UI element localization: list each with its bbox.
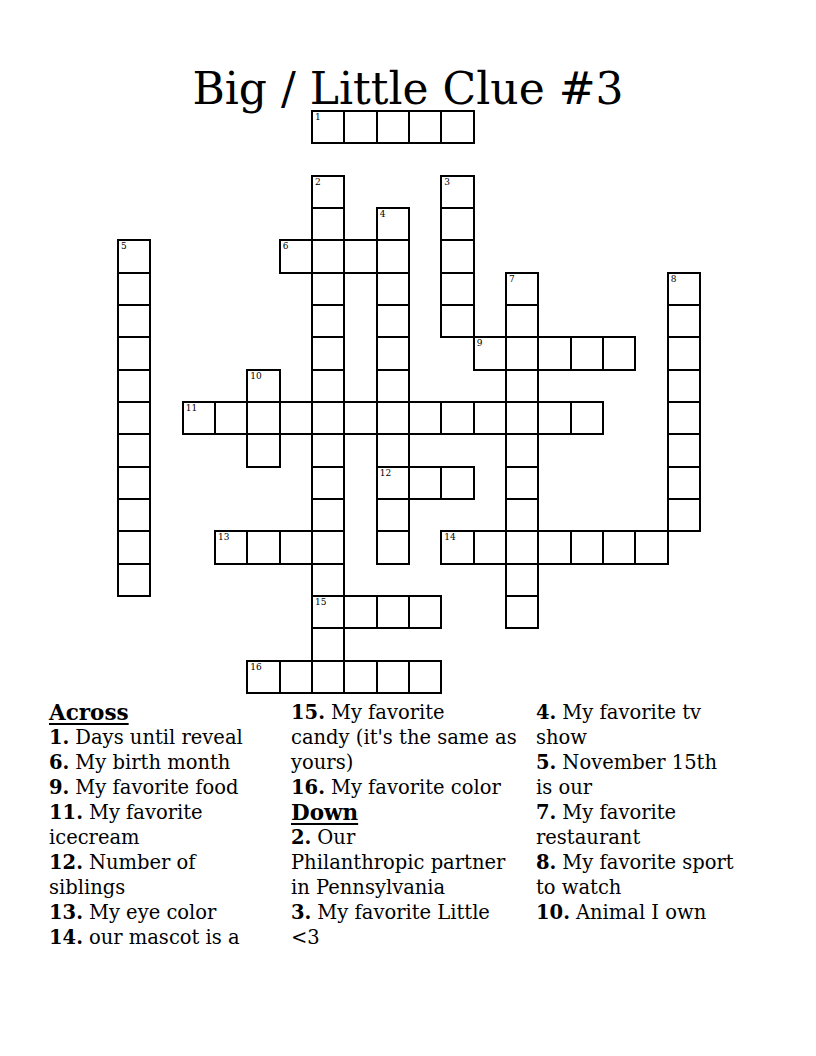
clue-text: Days until reveal (75, 726, 242, 749)
clue-number: 15. (291, 701, 325, 724)
grid-cell[interactable] (279, 660, 313, 694)
clue-8: 8.My favorite sport to watch (536, 850, 754, 900)
crossword-page: { "title": "Big / Little Clue #3", "game… (0, 0, 816, 1056)
grid-cell[interactable] (246, 401, 280, 435)
clue-text: November 15th is our (536, 751, 717, 799)
clue-text: My favorite restaurant (536, 801, 676, 849)
grid-cell[interactable]: 15 (311, 595, 345, 629)
grid-cell[interactable] (440, 466, 474, 500)
grid-cell[interactable] (246, 433, 280, 467)
grid-cell[interactable] (343, 239, 377, 273)
grid-cell[interactable] (117, 272, 151, 306)
grid-cell[interactable]: 5 (117, 239, 151, 273)
grid-cell[interactable] (667, 401, 701, 435)
clue-9: 9.My favorite food (49, 775, 285, 800)
grid-cell[interactable] (311, 239, 345, 273)
grid-cell[interactable]: 1 (311, 110, 345, 144)
grid-cell[interactable] (311, 369, 345, 403)
puzzle-title: Big / Little Clue #3 (0, 65, 816, 113)
grid-cell[interactable]: 4 (376, 207, 410, 241)
grid-cell[interactable] (117, 336, 151, 370)
grid-cell[interactable] (343, 660, 377, 694)
grid-cell[interactable] (311, 401, 345, 435)
clue-column-1: 15.My favorite candy (it's the same as y… (291, 700, 531, 950)
grid-cell[interactable] (440, 272, 474, 306)
clue-2: 2.Our Philanthropic partner in Pennsylva… (291, 825, 531, 900)
clue-13: 13.My eye color (49, 900, 285, 925)
clue-number: 12. (49, 851, 83, 874)
cell-number: 5 (121, 241, 127, 252)
grid-cell[interactable] (311, 563, 345, 597)
grid-cell[interactable] (440, 110, 474, 144)
grid-cell[interactable] (570, 401, 604, 435)
clue-text: My eye color (89, 901, 216, 924)
cell-number: 2 (315, 177, 321, 188)
clue-text: our mascot is a (89, 926, 240, 949)
clue-text: My favorite sport to watch (536, 851, 734, 899)
grid-cell[interactable] (376, 530, 410, 564)
grid-cell[interactable] (117, 401, 151, 435)
clue-number: 13. (49, 901, 83, 924)
grid-cell[interactable] (667, 433, 701, 467)
grid-cell[interactable] (408, 466, 442, 500)
grid-cell[interactable] (214, 401, 248, 435)
grid-cell[interactable]: 16 (246, 660, 280, 694)
grid-cell[interactable] (667, 304, 701, 338)
cell-number: 14 (444, 532, 455, 543)
grid-cell[interactable] (376, 336, 410, 370)
grid-cell[interactable] (311, 660, 345, 694)
clue-number: 1. (49, 726, 69, 749)
clue-16: 16.My favorite color (291, 775, 531, 800)
grid-cell[interactable] (537, 336, 571, 370)
clue-number: 9. (49, 776, 69, 799)
grid-cell[interactable] (440, 239, 474, 273)
grid-cell[interactable] (311, 530, 345, 564)
grid-cell[interactable] (246, 530, 280, 564)
grid-cell[interactable] (311, 304, 345, 338)
grid-cell[interactable] (667, 369, 701, 403)
grid-cell[interactable] (667, 336, 701, 370)
clue-number: 16. (291, 776, 325, 799)
grid-cell[interactable] (505, 498, 539, 532)
grid-cell[interactable] (505, 595, 539, 629)
grid-cell[interactable] (311, 627, 345, 661)
clue-text: My favorite Little <3 (291, 901, 490, 949)
clue-number: 5. (536, 751, 556, 774)
cell-number: 12 (380, 468, 391, 479)
cell-number: 7 (509, 274, 515, 285)
cell-number: 8 (671, 274, 677, 285)
clue-text: My favorite food (75, 776, 238, 799)
grid-cell[interactable] (570, 530, 604, 564)
grid-cell[interactable] (667, 466, 701, 500)
grid-cell[interactable]: 10 (246, 369, 280, 403)
grid-cell[interactable] (505, 401, 539, 435)
grid-cell[interactable] (505, 336, 539, 370)
grid-cell[interactable] (117, 304, 151, 338)
clue-number: 14. (49, 926, 83, 949)
grid-cell[interactable] (311, 433, 345, 467)
grid-cell[interactable]: 13 (214, 530, 248, 564)
grid-cell[interactable] (279, 401, 313, 435)
clue-1: 1.Days until reveal (49, 725, 285, 750)
grid-cell[interactable] (376, 110, 410, 144)
grid-cell[interactable] (505, 530, 539, 564)
grid-cell[interactable] (408, 660, 442, 694)
grid-cell[interactable]: 11 (182, 401, 216, 435)
clue-column-0: Across1.Days until reveal6.My birth mont… (49, 700, 285, 950)
grid-cell[interactable] (440, 304, 474, 338)
cell-number: 1 (315, 112, 321, 123)
clue-5: 5.November 15th is our (536, 750, 754, 800)
grid-cell[interactable] (343, 401, 377, 435)
grid-cell[interactable] (376, 498, 410, 532)
clue-text: My favorite tv show (536, 701, 701, 749)
cell-number: 16 (250, 662, 261, 673)
grid-cell[interactable] (279, 530, 313, 564)
grid-cell[interactable] (376, 595, 410, 629)
grid-cell[interactable]: 7 (505, 272, 539, 306)
grid-cell[interactable] (311, 272, 345, 306)
clue-number: 2. (291, 826, 311, 849)
grid-cell[interactable] (311, 466, 345, 500)
grid-cell[interactable] (376, 660, 410, 694)
grid-cell[interactable] (117, 498, 151, 532)
grid-cell[interactable] (408, 595, 442, 629)
grid-cell[interactable] (440, 401, 474, 435)
clue-number: 10. (536, 901, 570, 924)
clue-4: 4.My favorite tv show (536, 700, 754, 750)
grid-cell[interactable] (537, 401, 571, 435)
clue-number: 3. (291, 901, 311, 924)
cell-number: 3 (444, 177, 450, 188)
clue-column-2: 4.My favorite tv show5.November 15th is … (536, 700, 754, 925)
across-header: Across (49, 700, 285, 725)
grid-cell[interactable]: 12 (376, 466, 410, 500)
grid-cell[interactable] (634, 530, 668, 564)
clue-3: 3.My favorite Little <3 (291, 900, 531, 950)
grid-cell[interactable]: 6 (279, 239, 313, 273)
grid-cell[interactable] (376, 401, 410, 435)
cell-number: 9 (477, 338, 483, 349)
clue-7: 7.My favorite restaurant (536, 800, 754, 850)
grid-cell[interactable] (343, 110, 377, 144)
grid-cell[interactable] (117, 433, 151, 467)
grid-cell[interactable] (311, 498, 345, 532)
clue-number: 8. (536, 851, 556, 874)
cell-number: 15 (315, 597, 326, 608)
grid-cell[interactable] (505, 466, 539, 500)
grid-cell[interactable]: 14 (440, 530, 474, 564)
grid-cell[interactable] (667, 498, 701, 532)
grid-cell[interactable] (408, 401, 442, 435)
grid-cell[interactable] (311, 336, 345, 370)
grid-cell[interactable] (376, 304, 410, 338)
clue-number: 7. (536, 801, 556, 824)
crossword-grid: 12153412567891011131416 (117, 110, 701, 694)
grid-cell[interactable] (537, 530, 571, 564)
grid-cell[interactable] (473, 530, 507, 564)
grid-cell[interactable] (376, 272, 410, 306)
grid-cell[interactable] (376, 369, 410, 403)
clue-text: My birth month (75, 751, 230, 774)
grid-cell[interactable]: 8 (667, 272, 701, 306)
grid-cell[interactable] (117, 466, 151, 500)
grid-cell[interactable] (117, 530, 151, 564)
clue-text: My favorite color (331, 776, 501, 799)
clue-15: 15.My favorite candy (it's the same as y… (291, 700, 531, 775)
clue-number: 6. (49, 751, 69, 774)
grid-cell[interactable] (505, 433, 539, 467)
clue-6: 6.My birth month (49, 750, 285, 775)
down-header: Down (291, 800, 531, 825)
clue-text: Our Philanthropic partner in Pennsylvani… (291, 826, 505, 899)
cell-number: 4 (380, 209, 386, 220)
grid-cell[interactable] (408, 110, 442, 144)
grid-cell[interactable]: 3 (440, 175, 474, 209)
grid-cell[interactable] (505, 304, 539, 338)
clue-number: 11. (49, 801, 83, 824)
grid-cell[interactable] (473, 401, 507, 435)
grid-cell[interactable] (602, 336, 636, 370)
cell-number: 10 (250, 371, 261, 382)
cell-number: 13 (218, 532, 229, 543)
grid-cell[interactable] (602, 530, 636, 564)
cell-number: 11 (186, 403, 197, 414)
clue-10: 10.Animal I own (536, 900, 754, 925)
grid-cell[interactable]: 2 (311, 175, 345, 209)
clue-14: 14.our mascot is a (49, 925, 285, 950)
cell-number: 6 (283, 241, 289, 252)
clue-11: 11.My favorite icecream (49, 800, 285, 850)
grid-cell[interactable] (505, 563, 539, 597)
grid-cell[interactable] (440, 207, 474, 241)
grid-cell[interactable]: 9 (473, 336, 507, 370)
grid-cell[interactable] (117, 369, 151, 403)
grid-cell[interactable] (570, 336, 604, 370)
grid-cell[interactable] (117, 563, 151, 597)
grid-cell[interactable] (505, 369, 539, 403)
clue-number: 4. (536, 701, 556, 724)
grid-cell[interactable] (376, 433, 410, 467)
clue-12: 12.Number of siblings (49, 850, 285, 900)
grid-cell[interactable] (376, 239, 410, 273)
grid-cell[interactable] (343, 595, 377, 629)
clue-text: Animal I own (576, 901, 706, 924)
grid-cell[interactable] (311, 207, 345, 241)
